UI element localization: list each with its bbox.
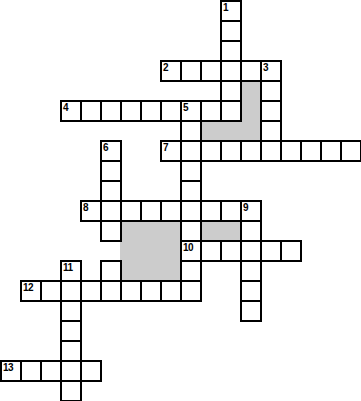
crossword-cell[interactable] bbox=[260, 120, 282, 142]
crossword-cell[interactable] bbox=[180, 180, 202, 202]
shaded-cell bbox=[120, 220, 142, 242]
crossword-cell[interactable] bbox=[200, 200, 222, 222]
crossword-cell[interactable] bbox=[200, 140, 222, 162]
shaded-cell bbox=[220, 220, 242, 242]
crossword-cell[interactable] bbox=[100, 280, 122, 302]
crossword-cell[interactable] bbox=[20, 360, 42, 382]
crossword-cell[interactable] bbox=[240, 280, 262, 302]
crossword-cell[interactable] bbox=[220, 0, 242, 22]
crossword-cell[interactable] bbox=[180, 220, 202, 242]
crossword-cell[interactable] bbox=[240, 60, 262, 82]
crossword-cell[interactable] bbox=[240, 200, 262, 222]
crossword-cell[interactable] bbox=[220, 60, 242, 82]
crossword-cell[interactable] bbox=[100, 220, 122, 242]
crossword-cell[interactable] bbox=[120, 200, 142, 222]
shaded-cell bbox=[140, 240, 162, 262]
crossword-cell[interactable] bbox=[260, 80, 282, 102]
crossword-cell[interactable] bbox=[320, 140, 342, 162]
crossword-cell[interactable] bbox=[240, 300, 262, 322]
crossword-cell[interactable] bbox=[220, 240, 242, 262]
crossword-cell[interactable] bbox=[220, 80, 242, 102]
crossword-cell[interactable] bbox=[80, 200, 102, 222]
crossword-cell[interactable] bbox=[220, 140, 242, 162]
crossword-cell[interactable] bbox=[60, 100, 82, 122]
shaded-cell bbox=[160, 260, 182, 282]
crossword-cell[interactable] bbox=[60, 320, 82, 342]
crossword-cell[interactable] bbox=[40, 360, 62, 382]
crossword-cell[interactable] bbox=[260, 60, 282, 82]
shaded-cell bbox=[120, 240, 142, 262]
crossword-cell[interactable] bbox=[260, 140, 282, 162]
crossword-board: 12345678910111213 bbox=[0, 0, 361, 401]
crossword-cell[interactable] bbox=[60, 360, 82, 382]
shaded-cell bbox=[240, 80, 262, 102]
crossword-cell[interactable] bbox=[220, 40, 242, 62]
crossword-cell[interactable] bbox=[220, 20, 242, 42]
crossword-cell[interactable] bbox=[140, 200, 162, 222]
crossword-cell[interactable] bbox=[80, 360, 102, 382]
crossword-cell[interactable] bbox=[160, 280, 182, 302]
crossword-cell[interactable] bbox=[200, 100, 222, 122]
crossword-cell[interactable] bbox=[160, 140, 182, 162]
crossword-cell[interactable] bbox=[120, 280, 142, 302]
crossword-cell[interactable] bbox=[220, 200, 242, 222]
crossword-cell[interactable] bbox=[60, 300, 82, 322]
shaded-cell bbox=[220, 120, 242, 142]
crossword-cell[interactable] bbox=[240, 260, 262, 282]
crossword-cell[interactable] bbox=[240, 140, 262, 162]
crossword-cell[interactable] bbox=[160, 200, 182, 222]
crossword-cell[interactable] bbox=[160, 60, 182, 82]
shaded-cell bbox=[200, 120, 222, 142]
crossword-cell[interactable] bbox=[60, 380, 82, 401]
crossword-cell[interactable] bbox=[220, 100, 242, 122]
crossword-cell[interactable] bbox=[180, 280, 202, 302]
shaded-cell bbox=[140, 220, 162, 242]
crossword-cell[interactable] bbox=[100, 180, 122, 202]
crossword-cell[interactable] bbox=[180, 160, 202, 182]
crossword-cell[interactable] bbox=[60, 260, 82, 282]
crossword-cell[interactable] bbox=[180, 200, 202, 222]
crossword-cell[interactable] bbox=[180, 100, 202, 122]
crossword-cell[interactable] bbox=[180, 140, 202, 162]
crossword-cell[interactable] bbox=[180, 260, 202, 282]
crossword-cell[interactable] bbox=[0, 360, 22, 382]
crossword-cell[interactable] bbox=[100, 100, 122, 122]
crossword-cell[interactable] bbox=[180, 60, 202, 82]
shaded-cell bbox=[200, 220, 222, 242]
crossword-cell[interactable] bbox=[40, 280, 62, 302]
crossword-cell[interactable] bbox=[340, 140, 361, 162]
crossword-page: 12345678910111213 bbox=[0, 0, 361, 401]
crossword-cell[interactable] bbox=[60, 340, 82, 362]
crossword-cell[interactable] bbox=[180, 120, 202, 142]
crossword-cell[interactable] bbox=[140, 100, 162, 122]
crossword-cell[interactable] bbox=[180, 240, 202, 262]
shaded-cell bbox=[160, 220, 182, 242]
crossword-cell[interactable] bbox=[140, 280, 162, 302]
crossword-cell[interactable] bbox=[280, 240, 302, 262]
shaded-cell bbox=[120, 260, 142, 282]
crossword-cell[interactable] bbox=[260, 240, 282, 262]
crossword-cell[interactable] bbox=[280, 140, 302, 162]
crossword-cell[interactable] bbox=[240, 240, 262, 262]
crossword-cell[interactable] bbox=[20, 280, 42, 302]
crossword-cell[interactable] bbox=[100, 200, 122, 222]
crossword-cell[interactable] bbox=[60, 280, 82, 302]
shaded-cell bbox=[140, 260, 162, 282]
crossword-cell[interactable] bbox=[100, 140, 122, 162]
crossword-cell[interactable] bbox=[160, 100, 182, 122]
crossword-cell[interactable] bbox=[100, 260, 122, 282]
crossword-cell[interactable] bbox=[200, 60, 222, 82]
crossword-cell[interactable] bbox=[120, 100, 142, 122]
crossword-cell[interactable] bbox=[80, 280, 102, 302]
shaded-cell bbox=[160, 240, 182, 262]
crossword-cell[interactable] bbox=[200, 240, 222, 262]
shaded-cell bbox=[240, 120, 262, 142]
crossword-cell[interactable] bbox=[100, 160, 122, 182]
crossword-cell[interactable] bbox=[260, 100, 282, 122]
crossword-cell[interactable] bbox=[240, 220, 262, 242]
crossword-cell[interactable] bbox=[300, 140, 322, 162]
shaded-cell bbox=[240, 100, 262, 122]
crossword-cell[interactable] bbox=[80, 100, 102, 122]
